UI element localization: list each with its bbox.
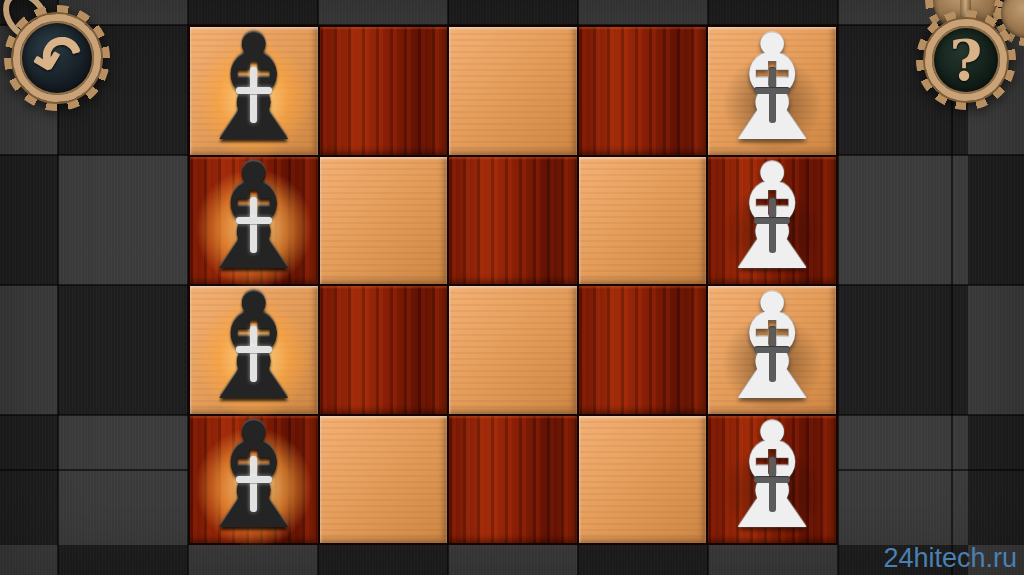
square-r2c2[interactable] [320, 157, 448, 285]
cross-detail [754, 476, 790, 483]
game-stage: ♝♝♝♝♝♝♝♝ ↶ ? 24hitech.ru [0, 0, 1024, 575]
cross-detail [769, 197, 776, 253]
square-r2c4[interactable] [579, 157, 707, 285]
cross-detail [769, 67, 776, 123]
cross-detail [236, 217, 272, 224]
undo-button-face: ↶ [13, 14, 101, 102]
cross-detail [754, 87, 790, 94]
cross-detail [754, 217, 790, 224]
square-r2c3[interactable] [449, 157, 577, 285]
question-mark-icon: ? [950, 27, 983, 93]
square-r4c3[interactable] [449, 416, 577, 544]
square-r1c4[interactable] [579, 27, 707, 155]
help-button-face: ? [925, 19, 1007, 101]
undo-arrow-icon: ↶ [25, 19, 89, 97]
puzzle-board: ♝♝♝♝♝♝♝♝ [188, 25, 838, 545]
square-r3c4[interactable] [579, 286, 707, 414]
square-r4c1[interactable]: ♝ [190, 416, 318, 544]
square-r4c2[interactable] [320, 416, 448, 544]
square-r1c3[interactable] [449, 27, 577, 155]
square-r1c2[interactable] [320, 27, 448, 155]
cross-detail [250, 197, 257, 253]
cross-detail [250, 67, 257, 123]
square-r4c5[interactable]: ♝ [708, 416, 836, 544]
undo-button[interactable]: ↶ [4, 5, 110, 111]
square-r3c3[interactable] [449, 286, 577, 414]
watermark: 24hitech.ru [883, 543, 1017, 574]
help-button[interactable]: ? [916, 10, 1016, 110]
cross-detail [236, 87, 272, 94]
cross-detail [250, 456, 257, 512]
cross-detail [769, 326, 776, 382]
cross-detail [754, 346, 790, 353]
cross-detail [769, 456, 776, 512]
cross-detail [250, 326, 257, 382]
square-r3c2[interactable] [320, 286, 448, 414]
cross-detail [236, 476, 272, 483]
square-r4c4[interactable] [579, 416, 707, 544]
cross-detail [236, 346, 272, 353]
